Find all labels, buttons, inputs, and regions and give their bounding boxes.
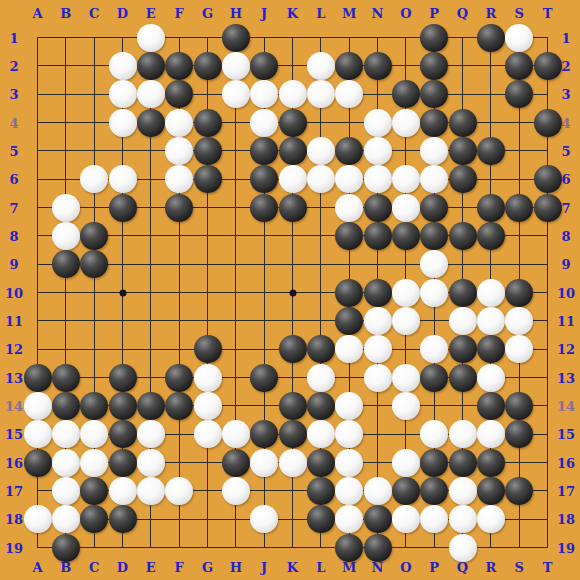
row-label-left: 15 <box>5 428 23 441</box>
black-stone <box>279 392 307 420</box>
column-label-bottom: G <box>202 561 213 574</box>
black-stone <box>449 222 477 250</box>
white-stone <box>364 165 392 193</box>
white-stone <box>165 477 193 505</box>
black-stone <box>534 165 562 193</box>
white-stone <box>505 24 533 52</box>
row-label-left: 11 <box>5 314 23 327</box>
white-stone <box>250 505 278 533</box>
white-stone <box>449 477 477 505</box>
black-stone <box>80 222 108 250</box>
column-label-top: J <box>261 7 267 20</box>
black-stone <box>165 80 193 108</box>
white-stone <box>109 165 137 193</box>
column-label-bottom: R <box>485 561 496 574</box>
white-stone <box>52 505 80 533</box>
white-stone <box>109 477 137 505</box>
black-stone <box>165 364 193 392</box>
black-stone <box>109 420 137 448</box>
black-stone <box>477 449 505 477</box>
white-stone <box>392 279 420 307</box>
row-label-left: 18 <box>5 513 23 526</box>
column-label-top: H <box>230 7 242 20</box>
column-label-top: P <box>429 7 439 20</box>
white-stone <box>335 420 363 448</box>
row-label-right: 3 <box>561 88 570 101</box>
row-label-right: 15 <box>557 428 575 441</box>
black-stone <box>194 165 222 193</box>
black-stone <box>534 109 562 137</box>
row-label-right: 7 <box>561 201 570 214</box>
black-stone <box>449 137 477 165</box>
row-label-right: 14 <box>557 399 575 412</box>
white-stone <box>80 449 108 477</box>
white-stone <box>279 165 307 193</box>
white-stone <box>52 222 80 250</box>
row-label-left: 9 <box>9 258 18 271</box>
white-stone <box>194 420 222 448</box>
black-stone <box>80 392 108 420</box>
white-stone <box>420 279 448 307</box>
white-stone <box>364 364 392 392</box>
white-stone <box>392 307 420 335</box>
black-stone <box>165 392 193 420</box>
row-label-left: 17 <box>5 484 23 497</box>
white-stone <box>392 449 420 477</box>
black-stone <box>477 194 505 222</box>
row-label-right: 13 <box>557 371 575 384</box>
white-stone <box>194 392 222 420</box>
white-stone <box>165 109 193 137</box>
white-stone <box>420 137 448 165</box>
black-stone <box>449 109 477 137</box>
row-label-right: 19 <box>557 541 575 554</box>
column-label-top: D <box>117 7 128 20</box>
black-stone <box>335 137 363 165</box>
white-stone <box>307 52 335 80</box>
black-stone <box>449 165 477 193</box>
column-label-top: K <box>287 7 298 20</box>
row-label-left: 14 <box>5 399 23 412</box>
column-label-top: L <box>316 7 325 20</box>
white-stone <box>364 335 392 363</box>
black-stone <box>477 222 505 250</box>
row-label-right: 18 <box>557 513 575 526</box>
black-stone <box>52 392 80 420</box>
white-stone <box>222 80 250 108</box>
black-stone <box>505 80 533 108</box>
white-stone <box>80 165 108 193</box>
white-stone <box>279 449 307 477</box>
black-stone <box>194 137 222 165</box>
white-stone <box>52 420 80 448</box>
black-stone <box>307 392 335 420</box>
white-stone <box>449 505 477 533</box>
column-label-bottom: M <box>342 561 356 574</box>
black-stone <box>449 335 477 363</box>
row-label-left: 10 <box>5 286 23 299</box>
column-label-bottom: E <box>146 561 156 574</box>
row-label-right: 12 <box>557 343 575 356</box>
column-label-bottom: F <box>175 561 184 574</box>
row-label-right: 10 <box>557 286 575 299</box>
row-label-right: 16 <box>557 456 575 469</box>
column-label-top: Q <box>457 7 468 20</box>
white-stone <box>250 449 278 477</box>
white-stone <box>335 392 363 420</box>
black-stone <box>307 335 335 363</box>
column-label-bottom: K <box>287 561 298 574</box>
white-stone <box>80 420 108 448</box>
black-stone <box>250 52 278 80</box>
white-stone <box>52 449 80 477</box>
black-stone <box>477 137 505 165</box>
black-stone <box>420 24 448 52</box>
black-stone <box>477 392 505 420</box>
row-label-right: 11 <box>557 314 575 327</box>
white-stone <box>335 80 363 108</box>
column-label-top: R <box>485 7 496 20</box>
white-stone <box>392 109 420 137</box>
column-label-top: T <box>543 7 553 20</box>
black-stone <box>420 52 448 80</box>
white-stone <box>335 505 363 533</box>
white-stone <box>307 80 335 108</box>
white-stone <box>137 420 165 448</box>
row-label-left: 5 <box>9 144 18 157</box>
white-stone <box>222 477 250 505</box>
white-stone <box>420 335 448 363</box>
black-stone <box>534 194 562 222</box>
black-stone <box>165 52 193 80</box>
black-stone <box>165 194 193 222</box>
white-stone <box>307 165 335 193</box>
white-stone <box>392 364 420 392</box>
black-stone <box>420 364 448 392</box>
black-stone <box>392 222 420 250</box>
white-stone <box>222 52 250 80</box>
row-label-left: 6 <box>9 173 18 186</box>
white-stone <box>52 194 80 222</box>
black-stone <box>449 449 477 477</box>
white-stone <box>165 165 193 193</box>
column-label-top: M <box>342 7 356 20</box>
white-stone <box>477 279 505 307</box>
row-label-left: 8 <box>9 229 18 242</box>
column-label-bottom: B <box>60 561 71 574</box>
column-label-top: F <box>175 7 184 20</box>
black-stone <box>477 477 505 505</box>
white-stone <box>505 335 533 363</box>
black-stone <box>109 449 137 477</box>
black-stone <box>194 109 222 137</box>
white-stone <box>364 137 392 165</box>
black-stone <box>364 52 392 80</box>
column-label-bottom: O <box>400 561 411 574</box>
white-stone <box>109 80 137 108</box>
black-stone <box>364 222 392 250</box>
black-stone <box>250 137 278 165</box>
black-stone <box>335 279 363 307</box>
white-stone <box>392 392 420 420</box>
white-stone <box>420 505 448 533</box>
black-stone <box>279 194 307 222</box>
white-stone <box>307 137 335 165</box>
white-stone <box>222 420 250 448</box>
white-stone <box>335 165 363 193</box>
row-label-left: 2 <box>9 59 18 72</box>
black-stone <box>505 477 533 505</box>
white-stone <box>137 24 165 52</box>
black-stone <box>279 420 307 448</box>
column-label-bottom: D <box>117 561 128 574</box>
black-stone <box>24 364 52 392</box>
white-stone <box>109 109 137 137</box>
star-point <box>119 289 126 296</box>
black-stone <box>534 52 562 80</box>
column-label-bottom: N <box>372 561 384 574</box>
column-label-top: N <box>372 7 384 20</box>
black-stone <box>109 194 137 222</box>
white-stone <box>109 52 137 80</box>
white-stone <box>307 420 335 448</box>
black-stone <box>364 534 392 562</box>
black-stone <box>250 165 278 193</box>
black-stone <box>279 335 307 363</box>
column-label-bottom: P <box>429 561 439 574</box>
white-stone <box>24 505 52 533</box>
black-stone <box>52 364 80 392</box>
black-stone <box>505 420 533 448</box>
black-stone <box>364 279 392 307</box>
white-stone <box>24 420 52 448</box>
black-stone <box>137 109 165 137</box>
black-stone <box>137 52 165 80</box>
white-stone <box>335 449 363 477</box>
black-stone <box>307 449 335 477</box>
column-label-top: O <box>400 7 411 20</box>
white-stone <box>477 505 505 533</box>
black-stone <box>505 279 533 307</box>
white-stone <box>449 420 477 448</box>
black-stone <box>505 194 533 222</box>
black-stone <box>364 194 392 222</box>
column-label-bottom: S <box>514 561 523 574</box>
white-stone <box>194 364 222 392</box>
white-stone <box>477 307 505 335</box>
black-stone <box>477 24 505 52</box>
column-label-top: S <box>514 7 523 20</box>
black-stone <box>505 392 533 420</box>
black-stone <box>335 534 363 562</box>
white-stone <box>477 420 505 448</box>
black-stone <box>24 449 52 477</box>
row-label-left: 1 <box>9 31 18 44</box>
row-label-left: 3 <box>9 88 18 101</box>
black-stone <box>449 364 477 392</box>
black-stone <box>52 534 80 562</box>
black-stone <box>420 449 448 477</box>
black-stone <box>335 52 363 80</box>
star-point <box>289 289 296 296</box>
column-label-bottom: H <box>230 561 242 574</box>
black-stone <box>335 222 363 250</box>
black-stone <box>364 505 392 533</box>
black-stone <box>279 137 307 165</box>
black-stone <box>194 52 222 80</box>
white-stone <box>307 364 335 392</box>
white-stone <box>364 307 392 335</box>
black-stone <box>307 477 335 505</box>
black-stone <box>392 477 420 505</box>
row-label-right: 4 <box>561 116 570 129</box>
black-stone <box>250 194 278 222</box>
go-board[interactable]: AABBCCDDEEFFGGHHJJKKLLMMNNOOPPQQRRSSTT11… <box>0 0 580 580</box>
column-label-top: B <box>60 7 71 20</box>
column-label-top: E <box>146 7 156 20</box>
white-stone <box>250 109 278 137</box>
white-stone <box>449 534 477 562</box>
row-label-right: 6 <box>561 173 570 186</box>
white-stone <box>52 477 80 505</box>
white-stone <box>250 80 278 108</box>
black-stone <box>420 80 448 108</box>
black-stone <box>109 364 137 392</box>
white-stone <box>449 307 477 335</box>
black-stone <box>307 505 335 533</box>
row-label-right: 17 <box>557 484 575 497</box>
white-stone <box>279 80 307 108</box>
white-stone <box>392 194 420 222</box>
row-label-right: 9 <box>561 258 570 271</box>
goban: AABBCCDDEEFFGGHHJJKKLLMMNNOOPPQQRRSSTT11… <box>0 0 580 580</box>
black-stone <box>392 80 420 108</box>
white-stone <box>364 109 392 137</box>
white-stone <box>420 420 448 448</box>
white-stone <box>335 335 363 363</box>
black-stone <box>449 279 477 307</box>
column-label-bottom: J <box>261 561 267 574</box>
column-label-bottom: C <box>89 561 99 574</box>
white-stone <box>137 477 165 505</box>
row-label-left: 12 <box>5 343 23 356</box>
white-stone <box>392 505 420 533</box>
white-stone <box>420 165 448 193</box>
white-stone <box>505 307 533 335</box>
black-stone <box>420 194 448 222</box>
black-stone <box>250 364 278 392</box>
column-label-top: A <box>32 7 42 20</box>
column-label-top: G <box>202 7 213 20</box>
white-stone <box>137 80 165 108</box>
column-label-bottom: T <box>543 561 553 574</box>
black-stone <box>420 222 448 250</box>
black-stone <box>420 477 448 505</box>
white-stone <box>335 477 363 505</box>
white-stone <box>335 194 363 222</box>
black-stone <box>194 335 222 363</box>
black-stone <box>505 52 533 80</box>
black-stone <box>109 505 137 533</box>
row-label-right: 5 <box>561 144 570 157</box>
black-stone <box>137 392 165 420</box>
black-stone <box>222 449 250 477</box>
black-stone <box>52 250 80 278</box>
white-stone <box>137 449 165 477</box>
row-label-right: 1 <box>561 31 570 44</box>
black-stone <box>335 307 363 335</box>
column-label-bottom: Q <box>457 561 468 574</box>
white-stone <box>420 250 448 278</box>
white-stone <box>24 392 52 420</box>
row-label-right: 8 <box>561 229 570 242</box>
white-stone <box>364 477 392 505</box>
white-stone <box>477 364 505 392</box>
column-label-bottom: L <box>316 561 325 574</box>
white-stone <box>165 137 193 165</box>
column-label-top: C <box>89 7 99 20</box>
white-stone <box>392 165 420 193</box>
column-label-bottom: A <box>32 561 42 574</box>
black-stone <box>250 420 278 448</box>
row-label-left: 4 <box>9 116 18 129</box>
black-stone <box>222 24 250 52</box>
black-stone <box>477 335 505 363</box>
black-stone <box>80 250 108 278</box>
row-label-left: 13 <box>5 371 23 384</box>
black-stone <box>109 392 137 420</box>
row-label-left: 7 <box>9 201 18 214</box>
black-stone <box>80 505 108 533</box>
row-label-left: 19 <box>5 541 23 554</box>
black-stone <box>80 477 108 505</box>
row-label-right: 2 <box>561 59 570 72</box>
black-stone <box>420 109 448 137</box>
black-stone <box>279 109 307 137</box>
row-label-left: 16 <box>5 456 23 469</box>
